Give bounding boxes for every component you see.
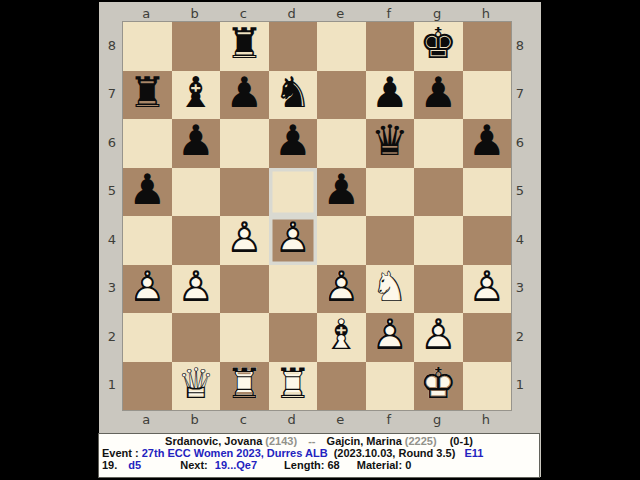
- square-f6[interactable]: ♛: [366, 119, 415, 168]
- rank-label-8: 8: [105, 21, 119, 70]
- square-g1[interactable]: ♚♔: [414, 362, 463, 411]
- piece-white-rook: ♜♖: [220, 362, 269, 411]
- material-label: Material:: [357, 459, 402, 471]
- white-piece-outline: ♙: [177, 266, 215, 308]
- rank-label-5: 5: [513, 167, 527, 216]
- piece-white-pawn: ♟♙: [317, 265, 366, 314]
- file-label-e: e: [316, 412, 365, 427]
- current-move: d5: [128, 459, 141, 471]
- square-a8[interactable]: [123, 22, 172, 71]
- black-piece-glyph: ♞: [274, 72, 312, 114]
- square-f3[interactable]: ♞♘: [366, 265, 415, 314]
- square-e1[interactable]: [317, 362, 366, 411]
- square-f1[interactable]: [366, 362, 415, 411]
- file-label-b: b: [171, 6, 220, 21]
- square-b7[interactable]: ♝: [172, 71, 221, 120]
- piece-black-pawn: ♟: [269, 119, 318, 168]
- square-a5[interactable]: ♟: [123, 168, 172, 217]
- file-label-h: h: [462, 412, 511, 427]
- square-c8[interactable]: ♜: [220, 22, 269, 71]
- game-result: (0-1): [450, 435, 473, 447]
- square-h8[interactable]: [463, 22, 512, 71]
- square-f8[interactable]: [366, 22, 415, 71]
- square-a3[interactable]: ♟♙: [123, 265, 172, 314]
- square-d4[interactable]: ♟♙: [269, 216, 318, 265]
- piece-black-pawn: ♟: [123, 168, 172, 217]
- square-f2[interactable]: ♟♙: [366, 313, 415, 362]
- rank-label-6: 6: [105, 118, 119, 167]
- rank-label-2: 2: [105, 312, 119, 361]
- square-b3[interactable]: ♟♙: [172, 265, 221, 314]
- piece-white-pawn: ♟♙: [220, 216, 269, 265]
- event-name: 27th ECC Women 2023, Durres ALB: [142, 447, 328, 459]
- square-d8[interactable]: [269, 22, 318, 71]
- file-label-d: d: [268, 412, 317, 427]
- rank-label-1: 1: [105, 361, 119, 410]
- white-piece-outline: ♙: [371, 315, 409, 357]
- square-b2[interactable]: [172, 313, 221, 362]
- piece-black-pawn: ♟: [172, 119, 221, 168]
- square-g4[interactable]: [414, 216, 463, 265]
- white-piece-outline: ♙: [419, 315, 457, 357]
- black-piece-glyph: ♟: [274, 121, 312, 163]
- rank-label-6: 6: [513, 118, 527, 167]
- chess-board: ♜♚♜♝♟♞♟♟♟♟♛♟♟♟♟♙♟♙♟♙♟♙♟♙♞♘♟♙♝♗♟♙♟♙♛♕♜♖♜♖…: [122, 21, 512, 411]
- rank-label-5: 5: [105, 167, 119, 216]
- square-h6[interactable]: ♟: [463, 119, 512, 168]
- next-move: 19...Qe7: [215, 459, 257, 471]
- event-details: (2023.10.03, Round 3.5): [334, 447, 456, 459]
- chess-viewer-background: abcdefgh abcdefgh 87654321 87654321 ♜♚♜♝…: [99, 2, 541, 477]
- white-player-rating: (2143): [265, 435, 297, 447]
- white-piece-outline: ♙: [128, 266, 166, 308]
- length-label: Length:: [284, 459, 324, 471]
- file-label-f: f: [365, 412, 414, 427]
- rank-label-8: 8: [513, 21, 527, 70]
- square-b8[interactable]: [172, 22, 221, 71]
- piece-black-knight: ♞: [269, 71, 318, 120]
- square-c1[interactable]: ♜♖: [220, 362, 269, 411]
- square-b1[interactable]: ♛♕: [172, 362, 221, 411]
- white-piece-outline: ♘: [371, 266, 409, 308]
- piece-white-knight: ♞♘: [366, 265, 415, 314]
- square-d1[interactable]: ♜♖: [269, 362, 318, 411]
- rank-label-3: 3: [513, 264, 527, 313]
- event-label: Event :: [102, 447, 139, 459]
- piece-black-pawn: ♟: [463, 119, 512, 168]
- file-label-g: g: [413, 412, 462, 427]
- file-label-h: h: [462, 6, 511, 21]
- white-piece-outline: ♖: [274, 363, 312, 405]
- square-g8[interactable]: ♚: [414, 22, 463, 71]
- eco-code: E11: [464, 447, 483, 459]
- rank-label-7: 7: [513, 70, 527, 119]
- square-h3[interactable]: ♟♙: [463, 265, 512, 314]
- white-piece-outline: ♗: [322, 315, 360, 357]
- black-piece-glyph: ♚: [419, 24, 457, 66]
- square-g2[interactable]: ♟♙: [414, 313, 463, 362]
- rank-label-2: 2: [513, 312, 527, 361]
- screenshot-root: { "game": "chess", "position": { "fen": …: [0, 0, 640, 480]
- white-piece-outline: ♖: [225, 363, 263, 405]
- move-line: 19. d5 Next: 19...Qe7 Length: 68 Materia…: [99, 460, 539, 471]
- square-g3[interactable]: [414, 265, 463, 314]
- square-e4[interactable]: [317, 216, 366, 265]
- piece-black-rook: ♜: [123, 71, 172, 120]
- black-piece-glyph: ♟: [468, 121, 506, 163]
- square-e6[interactable]: [317, 119, 366, 168]
- file-labels-bottom: abcdefgh: [122, 412, 510, 426]
- black-piece-glyph: ♟: [225, 72, 263, 114]
- white-player-name: Srdanovic, Jovana: [165, 435, 262, 447]
- white-piece-outline: ♕: [177, 363, 215, 405]
- game-info-panel: Srdanovic, Jovana (2143) -- Gajcin, Mari…: [98, 433, 540, 478]
- square-f5[interactable]: [366, 168, 415, 217]
- square-c4[interactable]: ♟♙: [220, 216, 269, 265]
- white-piece-outline: ♙: [322, 266, 360, 308]
- piece-white-pawn: ♟♙: [366, 313, 415, 362]
- black-player-rating: (2225): [405, 435, 437, 447]
- file-label-e: e: [316, 6, 365, 21]
- black-piece-glyph: ♟: [128, 169, 166, 211]
- material-value: 0: [405, 459, 411, 471]
- rank-label-7: 7: [105, 70, 119, 119]
- players-separator: --: [308, 436, 315, 447]
- rank-labels-right: 87654321: [513, 21, 527, 409]
- square-a7[interactable]: ♜: [123, 71, 172, 120]
- square-h5[interactable]: [463, 168, 512, 217]
- piece-black-pawn: ♟: [220, 71, 269, 120]
- piece-white-pawn: ♟♙: [414, 313, 463, 362]
- file-label-c: c: [219, 412, 268, 427]
- square-d5[interactable]: [269, 168, 318, 217]
- black-piece-glyph: ♛: [371, 121, 409, 163]
- piece-black-king: ♚: [414, 22, 463, 71]
- square-c5[interactable]: [220, 168, 269, 217]
- white-piece-outline: ♙: [468, 266, 506, 308]
- square-a4[interactable]: [123, 216, 172, 265]
- square-e3[interactable]: ♟♙: [317, 265, 366, 314]
- square-h2[interactable]: [463, 313, 512, 362]
- rank-label-1: 1: [513, 361, 527, 410]
- square-c6[interactable]: [220, 119, 269, 168]
- black-piece-glyph: ♜: [225, 24, 263, 66]
- file-label-d: d: [268, 6, 317, 21]
- piece-white-pawn: ♟♙: [463, 265, 512, 314]
- rank-label-4: 4: [513, 215, 527, 264]
- piece-black-queen: ♛: [366, 119, 415, 168]
- file-label-a: a: [122, 412, 171, 427]
- black-piece-glyph: ♟: [177, 121, 215, 163]
- rank-labels-left: 87654321: [105, 21, 119, 409]
- square-b5[interactable]: [172, 168, 221, 217]
- square-g6[interactable]: [414, 119, 463, 168]
- length-value: 68: [328, 459, 340, 471]
- white-piece-outline: ♔: [419, 363, 457, 405]
- square-d3[interactable]: [269, 265, 318, 314]
- square-h7[interactable]: [463, 71, 512, 120]
- piece-black-pawn: ♟: [414, 71, 463, 120]
- piece-white-bishop: ♝♗: [317, 313, 366, 362]
- square-a6[interactable]: [123, 119, 172, 168]
- black-piece-glyph: ♟: [371, 72, 409, 114]
- piece-white-pawn: ♟♙: [123, 265, 172, 314]
- file-label-f: f: [365, 6, 414, 21]
- rank-label-4: 4: [105, 215, 119, 264]
- piece-black-rook: ♜: [220, 22, 269, 71]
- square-d6[interactable]: ♟: [269, 119, 318, 168]
- move-number: 19.: [102, 459, 117, 471]
- piece-white-pawn: ♟♙: [269, 216, 318, 265]
- black-piece-glyph: ♟: [322, 169, 360, 211]
- piece-white-king: ♚♔: [414, 362, 463, 411]
- black-piece-glyph: ♜: [128, 72, 166, 114]
- white-piece-outline: ♙: [274, 218, 312, 260]
- square-d7[interactable]: ♞: [269, 71, 318, 120]
- square-a1[interactable]: [123, 362, 172, 411]
- piece-black-bishop: ♝: [172, 71, 221, 120]
- file-label-b: b: [171, 412, 220, 427]
- rank-label-3: 3: [105, 264, 119, 313]
- square-e8[interactable]: [317, 22, 366, 71]
- players-line: Srdanovic, Jovana (2143) -- Gajcin, Mari…: [99, 436, 539, 447]
- piece-black-pawn: ♟: [317, 168, 366, 217]
- square-g5[interactable]: [414, 168, 463, 217]
- white-piece-outline: ♙: [225, 218, 263, 260]
- black-piece-glyph: ♟: [419, 72, 457, 114]
- square-e7[interactable]: [317, 71, 366, 120]
- square-h4[interactable]: [463, 216, 512, 265]
- piece-black-pawn: ♟: [366, 71, 415, 120]
- square-c2[interactable]: [220, 313, 269, 362]
- square-c3[interactable]: [220, 265, 269, 314]
- square-e5[interactable]: ♟: [317, 168, 366, 217]
- piece-white-pawn: ♟♙: [172, 265, 221, 314]
- square-b4[interactable]: [172, 216, 221, 265]
- file-label-a: a: [122, 6, 171, 21]
- square-a2[interactable]: [123, 313, 172, 362]
- file-labels-top: abcdefgh: [122, 6, 510, 20]
- piece-white-queen: ♛♕: [172, 362, 221, 411]
- black-player-name: Gajcin, Marina: [327, 435, 402, 447]
- square-g7[interactable]: ♟: [414, 71, 463, 120]
- black-piece-glyph: ♝: [177, 72, 215, 114]
- square-c7[interactable]: ♟: [220, 71, 269, 120]
- event-line: Event : 27th ECC Women 2023, Durres ALB …: [99, 448, 539, 459]
- square-e2[interactable]: ♝♗: [317, 313, 366, 362]
- square-f4[interactable]: [366, 216, 415, 265]
- square-f7[interactable]: ♟: [366, 71, 415, 120]
- square-d2[interactable]: [269, 313, 318, 362]
- next-label: Next:: [180, 459, 208, 471]
- square-b6[interactable]: ♟: [172, 119, 221, 168]
- square-h1[interactable]: [463, 362, 512, 411]
- piece-white-rook: ♜♖: [269, 362, 318, 411]
